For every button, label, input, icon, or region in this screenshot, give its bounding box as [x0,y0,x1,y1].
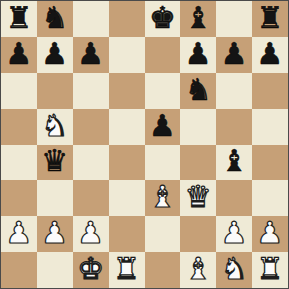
white-pawn-piece[interactable]: ♟ [5,218,32,248]
square-c1[interactable]: ♚ [73,252,109,288]
square-h4[interactable] [252,145,288,181]
square-f4[interactable] [180,145,216,181]
square-e1[interactable] [145,252,181,288]
chess-board: ♜♞♚♝♜♟♟♟♟♟♟♞♞♟♛♝♝♛♟♟♟♟♟♚♜♝♞♜ [1,1,288,288]
square-d7[interactable] [109,37,145,73]
square-f6[interactable]: ♞ [180,73,216,109]
square-d6[interactable] [109,73,145,109]
square-d3[interactable] [109,180,145,216]
square-g1[interactable]: ♞ [216,252,252,288]
square-h5[interactable] [252,109,288,145]
square-b8[interactable]: ♞ [37,1,73,37]
white-pawn-piece[interactable]: ♟ [221,218,248,248]
square-e3[interactable]: ♝ [145,180,181,216]
square-c4[interactable] [73,145,109,181]
square-b2[interactable]: ♟ [37,216,73,252]
black-king-piece[interactable]: ♚ [149,3,176,33]
square-b3[interactable] [37,180,73,216]
black-bishop-piece[interactable]: ♝ [221,146,248,176]
square-h1[interactable]: ♜ [252,252,288,288]
square-b4[interactable]: ♛ [37,145,73,181]
square-g6[interactable] [216,73,252,109]
square-g8[interactable] [216,1,252,37]
square-d5[interactable] [109,109,145,145]
white-bishop-piece[interactable]: ♝ [149,182,176,212]
black-knight-piece[interactable]: ♞ [41,3,68,33]
square-e7[interactable] [145,37,181,73]
square-f1[interactable]: ♝ [180,252,216,288]
square-c8[interactable] [73,1,109,37]
square-f3[interactable]: ♛ [180,180,216,216]
square-f5[interactable] [180,109,216,145]
square-h3[interactable] [252,180,288,216]
square-g4[interactable]: ♝ [216,145,252,181]
white-pawn-piece[interactable]: ♟ [257,218,284,248]
square-g5[interactable] [216,109,252,145]
square-e2[interactable] [145,216,181,252]
white-bishop-piece[interactable]: ♝ [185,254,212,284]
square-e5[interactable]: ♟ [145,109,181,145]
square-a7[interactable]: ♟ [1,37,37,73]
square-d8[interactable] [109,1,145,37]
square-c7[interactable]: ♟ [73,37,109,73]
square-d2[interactable] [109,216,145,252]
square-e8[interactable]: ♚ [145,1,181,37]
black-bishop-piece[interactable]: ♝ [185,3,212,33]
square-c6[interactable] [73,73,109,109]
square-a5[interactable] [1,109,37,145]
black-queen-piece[interactable]: ♛ [41,146,68,176]
square-g3[interactable] [216,180,252,216]
square-b6[interactable] [37,73,73,109]
white-rook-piece[interactable]: ♜ [257,254,284,284]
square-h2[interactable]: ♟ [252,216,288,252]
square-h7[interactable]: ♟ [252,37,288,73]
square-d1[interactable]: ♜ [109,252,145,288]
black-pawn-piece[interactable]: ♟ [185,39,212,69]
white-pawn-piece[interactable]: ♟ [77,218,104,248]
square-f8[interactable]: ♝ [180,1,216,37]
white-rook-piece[interactable]: ♜ [113,254,140,284]
white-queen-piece[interactable]: ♛ [185,182,212,212]
square-e6[interactable] [145,73,181,109]
black-rook-piece[interactable]: ♜ [257,3,284,33]
square-c5[interactable] [73,109,109,145]
black-knight-piece[interactable]: ♞ [185,75,212,105]
square-b5[interactable]: ♞ [37,109,73,145]
white-knight-piece[interactable]: ♞ [221,254,248,284]
white-knight-piece[interactable]: ♞ [41,111,68,141]
square-f2[interactable] [180,216,216,252]
black-pawn-piece[interactable]: ♟ [257,39,284,69]
square-a3[interactable] [1,180,37,216]
square-d4[interactable] [109,145,145,181]
chess-board-frame: ♜♞♚♝♜♟♟♟♟♟♟♞♞♟♛♝♝♛♟♟♟♟♟♚♜♝♞♜ [0,0,289,289]
square-g7[interactable]: ♟ [216,37,252,73]
square-b1[interactable] [37,252,73,288]
square-c2[interactable]: ♟ [73,216,109,252]
square-a8[interactable]: ♜ [1,1,37,37]
square-a6[interactable] [1,73,37,109]
square-a2[interactable]: ♟ [1,216,37,252]
black-pawn-piece[interactable]: ♟ [149,111,176,141]
white-pawn-piece[interactable]: ♟ [41,218,68,248]
square-c3[interactable] [73,180,109,216]
square-h8[interactable]: ♜ [252,1,288,37]
black-rook-piece[interactable]: ♜ [5,3,32,33]
black-pawn-piece[interactable]: ♟ [221,39,248,69]
square-f7[interactable]: ♟ [180,37,216,73]
black-pawn-piece[interactable]: ♟ [5,39,32,69]
black-pawn-piece[interactable]: ♟ [77,39,104,69]
square-a4[interactable] [1,145,37,181]
square-b7[interactable]: ♟ [37,37,73,73]
square-g2[interactable]: ♟ [216,216,252,252]
square-a1[interactable] [1,252,37,288]
square-e4[interactable] [145,145,181,181]
white-king-piece[interactable]: ♚ [77,254,104,284]
square-h6[interactable] [252,73,288,109]
black-pawn-piece[interactable]: ♟ [41,39,68,69]
